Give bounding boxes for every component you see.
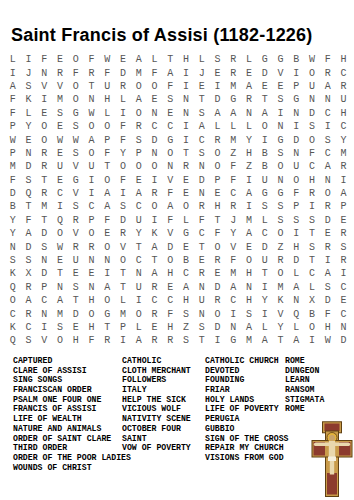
grid-cell: F xyxy=(289,187,305,200)
grid-cell: P xyxy=(131,147,147,160)
grid-cell: R xyxy=(226,66,242,79)
grid-cell: M xyxy=(52,93,68,106)
grid-cell: C xyxy=(336,120,352,133)
grid-cell: Y xyxy=(226,227,242,240)
grid-cell: T xyxy=(131,240,147,253)
grid-cell: P xyxy=(289,200,305,213)
word-item: RANSOM xyxy=(285,385,324,395)
grid-cell: O xyxy=(273,267,289,280)
grid-cell: F xyxy=(320,307,336,320)
grid-cell: C xyxy=(336,307,352,320)
grid-cell: T xyxy=(194,334,210,347)
word-item: THIRD ORDER xyxy=(13,443,131,453)
grid-cell: S xyxy=(115,200,131,213)
grid-cell: N xyxy=(320,93,336,106)
grid-cell: A xyxy=(289,281,305,294)
grid-cell: G xyxy=(273,53,289,66)
grid-cell: A xyxy=(210,107,226,120)
grid-cell: G xyxy=(226,93,242,106)
grid-cell: W xyxy=(5,133,21,146)
grid-cell: L xyxy=(5,53,21,66)
grid-cell: O xyxy=(100,120,116,133)
grid-cell: R xyxy=(131,120,147,133)
grid-cell: C xyxy=(52,187,68,200)
grid-cell: R xyxy=(210,254,226,267)
grid-cell: M xyxy=(5,160,21,173)
grid-cell: O xyxy=(100,174,116,187)
grid-cell: N xyxy=(21,147,37,160)
grid-cell: D xyxy=(37,227,53,240)
grid-cell: N xyxy=(37,254,53,267)
grid-cell: L xyxy=(241,53,257,66)
grid-cell: B xyxy=(5,200,21,213)
grid-cell: I xyxy=(289,66,305,79)
grid-cell: R xyxy=(336,160,352,173)
grid-cell: N xyxy=(289,294,305,307)
grid-cell: I xyxy=(131,294,147,307)
grid-cell: C xyxy=(5,307,21,320)
grid-cell: G xyxy=(68,174,84,187)
word-item: REPAIR MY CHURCH xyxy=(205,443,289,453)
grid-cell: L xyxy=(147,53,163,66)
grid-cell: O xyxy=(273,227,289,240)
grid-cell: A xyxy=(241,80,257,93)
grid-cell: A xyxy=(257,334,273,347)
grid-cell: D xyxy=(68,307,84,320)
grid-cell: R xyxy=(320,200,336,213)
grid-cell: T xyxy=(210,214,226,227)
grid-cell: E xyxy=(336,294,352,307)
grid-cell: G xyxy=(68,107,84,120)
grid-cell: H xyxy=(178,294,194,307)
grid-cell: N xyxy=(194,160,210,173)
grid-cell: N xyxy=(147,107,163,120)
grid-cell: C xyxy=(226,187,242,200)
grid-cell: O xyxy=(304,321,320,334)
grid-cell: R xyxy=(336,80,352,93)
grid-cell: O xyxy=(241,254,257,267)
grid-cell: C xyxy=(336,66,352,79)
grid-cell: P xyxy=(84,214,100,227)
grid-cell: I xyxy=(84,187,100,200)
grid-cell: K xyxy=(5,267,21,280)
grid-cell: F xyxy=(5,174,21,187)
grid-cell: D xyxy=(210,321,226,334)
grid-cell: T xyxy=(21,200,37,213)
grid-cell: E xyxy=(84,267,100,280)
grid-cell: E xyxy=(241,66,257,79)
grid-cell: T xyxy=(194,240,210,253)
grid-cell: L xyxy=(115,93,131,106)
grid-cell: G xyxy=(273,187,289,200)
grid-cell: R xyxy=(147,334,163,347)
grid-cell: R xyxy=(273,254,289,267)
grid-cell: L xyxy=(226,120,242,133)
grid-cell: I xyxy=(304,334,320,347)
grid-cell: F xyxy=(84,53,100,66)
grid-cell: A xyxy=(147,267,163,280)
grid-cell: M xyxy=(241,214,257,227)
grid-cell: S xyxy=(68,200,84,213)
grid-cell: T xyxy=(304,227,320,240)
grid-cell: N xyxy=(100,254,116,267)
grid-cell: A xyxy=(5,80,21,93)
grid-cell: C xyxy=(178,267,194,280)
grid-cell: T xyxy=(37,174,53,187)
grid-cell: P xyxy=(100,133,116,146)
word-item: ORDER OF SAINT CLARE xyxy=(13,434,131,444)
grid-cell: U xyxy=(68,254,84,267)
grid-cell: I xyxy=(147,174,163,187)
grid-cell: E xyxy=(68,321,84,334)
grid-cell: R xyxy=(52,66,68,79)
grid-cell: S xyxy=(131,133,147,146)
grid-cell: Y xyxy=(5,227,21,240)
grid-cell: C xyxy=(304,267,320,280)
grid-cell: A xyxy=(84,133,100,146)
grid-cell: H xyxy=(100,93,116,106)
grid-cell: A xyxy=(100,187,116,200)
grid-cell: T xyxy=(52,267,68,280)
grid-cell: S xyxy=(336,240,352,253)
grid-cell: V xyxy=(273,307,289,320)
grid-cell: O xyxy=(163,254,179,267)
grid-cell: U xyxy=(194,294,210,307)
grid-cell: S xyxy=(37,240,53,253)
grid-cell: R xyxy=(68,240,84,253)
grid-cell: S xyxy=(273,147,289,160)
grid-cell: S xyxy=(178,307,194,320)
word-item: FOLLOWERS xyxy=(122,375,191,385)
grid-cell: C xyxy=(163,120,179,133)
grid-cell: O xyxy=(131,107,147,120)
grid-cell: M xyxy=(37,200,53,213)
grid-cell: D xyxy=(304,107,320,120)
grid-cell: Q xyxy=(52,214,68,227)
grid-cell: B xyxy=(178,254,194,267)
grid-cell: R xyxy=(147,307,163,320)
grid-cell: S xyxy=(163,93,179,106)
grid-cell: F xyxy=(163,214,179,227)
grid-cell: R xyxy=(210,133,226,146)
grid-cell: B xyxy=(257,147,273,160)
grid-cell: W xyxy=(52,133,68,146)
word-item: VICIOUS WOLF xyxy=(122,404,191,414)
grid-cell: T xyxy=(178,147,194,160)
word-item: CATHOLIC CHURCH xyxy=(205,356,289,366)
grid-cell: L xyxy=(21,107,37,120)
grid-cell: O xyxy=(257,120,273,133)
word-item: FRANCISCAN ORDER xyxy=(13,385,131,395)
grid-cell: S xyxy=(273,214,289,227)
grid-cell: I xyxy=(37,321,53,334)
grid-cell: O xyxy=(68,80,84,93)
grid-cell: R xyxy=(194,200,210,213)
grid-cell: I xyxy=(115,107,131,120)
grid-cell: N xyxy=(273,174,289,187)
grid-cell: U xyxy=(131,281,147,294)
grid-cell: I xyxy=(115,187,131,200)
grid-cell: C xyxy=(84,200,100,213)
grid-cell: F xyxy=(304,147,320,160)
grid-cell: H xyxy=(163,267,179,280)
grid-cell: V xyxy=(163,227,179,240)
grid-cell: S xyxy=(68,120,84,133)
grid-cell: U xyxy=(257,254,273,267)
grid-cell: S xyxy=(304,214,320,227)
grid-cell: E xyxy=(273,80,289,93)
word-item xyxy=(122,463,191,473)
grid-cell: R xyxy=(304,187,320,200)
grid-cell: L xyxy=(194,53,210,66)
grid-cell: L xyxy=(257,321,273,334)
grid-cell: L xyxy=(210,120,226,133)
grid-cell: I xyxy=(178,66,194,79)
grid-cell: E xyxy=(21,133,37,146)
grid-cell: R xyxy=(226,53,242,66)
grid-cell: M xyxy=(226,80,242,93)
grid-cell: N xyxy=(289,107,305,120)
grid-cell: L xyxy=(241,120,257,133)
grid-cell: Q xyxy=(21,187,37,200)
grid-cell: M xyxy=(52,307,68,320)
grid-cell: E xyxy=(257,80,273,93)
grid-cell: H xyxy=(289,240,305,253)
grid-cell: V xyxy=(52,80,68,93)
word-item: VISIONS FROM GOD xyxy=(205,453,289,463)
grid-cell: C xyxy=(304,160,320,173)
grid-cell: Z xyxy=(273,240,289,253)
grid-cell: K xyxy=(5,321,21,334)
grid-cell: I xyxy=(5,66,21,79)
grid-cell: I xyxy=(273,107,289,120)
grid-cell: T xyxy=(147,254,163,267)
grid-cell: L xyxy=(289,321,305,334)
grid-cell: E xyxy=(178,187,194,200)
grid-cell: A xyxy=(100,200,116,213)
grid-cell: V xyxy=(37,80,53,93)
grid-cell: N xyxy=(194,307,210,320)
grid-cell: I xyxy=(226,307,242,320)
grid-cell: I xyxy=(304,200,320,213)
grid-cell: S xyxy=(320,281,336,294)
grid-cell: O xyxy=(178,200,194,213)
grid-cell: A xyxy=(336,187,352,200)
grid-cell: D xyxy=(194,174,210,187)
grid-cell: R xyxy=(68,214,84,227)
grid-cell: A xyxy=(178,281,194,294)
grid-cell: R xyxy=(115,227,131,240)
word-item: OCTOBER FOUR xyxy=(122,424,191,434)
grid-cell: Y xyxy=(241,133,257,146)
grid-cell: B xyxy=(257,160,273,173)
grid-cell: D xyxy=(115,66,131,79)
grid-cell: I xyxy=(210,80,226,93)
grid-cell: C xyxy=(257,227,273,240)
grid-cell: W xyxy=(52,240,68,253)
grid-cell: C xyxy=(163,294,179,307)
grid-cell: Y xyxy=(336,133,352,146)
grid-cell: Q xyxy=(5,281,21,294)
grid-cell: N xyxy=(84,93,100,106)
grid-cell: F xyxy=(320,53,336,66)
grid-cell: A xyxy=(241,227,257,240)
grid-cell: A xyxy=(163,66,179,79)
grid-cell: F xyxy=(147,66,163,79)
grid-cell: U xyxy=(304,80,320,93)
grid-cell: R xyxy=(100,334,116,347)
grid-cell: V xyxy=(68,160,84,173)
grid-cell: I xyxy=(21,53,37,66)
grid-cell: T xyxy=(257,93,273,106)
word-item: LIFE OF WEALTH xyxy=(13,414,131,424)
grid-cell: T xyxy=(84,80,100,93)
grid-cell: U xyxy=(52,160,68,173)
grid-cell: W xyxy=(68,133,84,146)
grid-cell: O xyxy=(115,254,131,267)
grid-cell: R xyxy=(178,160,194,173)
grid-cell: R xyxy=(210,294,226,307)
grid-cell: O xyxy=(273,160,289,173)
grid-cell: O xyxy=(304,133,320,146)
grid-cell: E xyxy=(163,107,179,120)
grid-cell: C xyxy=(336,281,352,294)
grid-cell: S xyxy=(21,80,37,93)
grid-cell: A xyxy=(320,160,336,173)
grid-cell: S xyxy=(273,93,289,106)
grid-cell: O xyxy=(131,160,147,173)
grid-cell: O xyxy=(100,240,116,253)
grid-cell: E xyxy=(147,93,163,106)
grid-cell: N xyxy=(241,281,257,294)
grid-cell: F xyxy=(115,120,131,133)
grid-cell: N xyxy=(289,147,305,160)
grid-cell: F xyxy=(100,147,116,160)
grid-cell: E xyxy=(37,107,53,120)
grid-cell: S xyxy=(210,53,226,66)
grid-cell: U xyxy=(100,80,116,93)
grid-cell: V xyxy=(163,174,179,187)
grid-cell: W xyxy=(320,334,336,347)
grid-cell: S xyxy=(178,334,194,347)
grid-cell: F xyxy=(5,93,21,106)
grid-cell: M xyxy=(226,267,242,280)
grid-cell: N xyxy=(194,281,210,294)
grid-cell: D xyxy=(257,240,273,253)
grid-cell: I xyxy=(84,174,100,187)
grid-cell: L xyxy=(100,107,116,120)
grid-cell: A xyxy=(21,294,37,307)
grid-cell: A xyxy=(131,187,147,200)
grid-cell: R xyxy=(115,80,131,93)
grid-cell: L xyxy=(289,267,305,280)
word-item: LEARN xyxy=(285,375,324,385)
grid-cell: E xyxy=(147,321,163,334)
grid-cell: U xyxy=(84,160,100,173)
grid-cell: M xyxy=(336,147,352,160)
grid-cell: M xyxy=(241,334,257,347)
word-item: DEVOTED xyxy=(205,366,289,376)
grid-cell: D xyxy=(320,294,336,307)
word-item: HELP THE SICK xyxy=(122,395,191,405)
grid-cell: S xyxy=(320,133,336,146)
grid-cell: F xyxy=(210,227,226,240)
grid-cell: O xyxy=(84,307,100,320)
grid-cell: A xyxy=(131,53,147,66)
grid-cell: C xyxy=(147,120,163,133)
grid-cell: W xyxy=(304,53,320,66)
grid-cell: L xyxy=(178,214,194,227)
grid-cell: C xyxy=(226,294,242,307)
grid-cell: N xyxy=(5,240,21,253)
grid-cell: K xyxy=(147,227,163,240)
grid-cell: E xyxy=(178,174,194,187)
word-search-grid: LIFEOFWEALTHLSRLGGBWFHIJNRFRFDMFAIJEREDV… xyxy=(5,53,352,348)
grid-cell: R xyxy=(320,66,336,79)
grid-cell: O xyxy=(210,147,226,160)
grid-cell: H xyxy=(84,294,100,307)
grid-cell: R xyxy=(21,307,37,320)
grid-cell: K xyxy=(273,294,289,307)
grid-cell: S xyxy=(52,107,68,120)
grid-cell: F xyxy=(226,254,242,267)
grid-cell: O xyxy=(320,187,336,200)
grid-cell: O xyxy=(52,334,68,347)
grid-cell: A xyxy=(100,281,116,294)
grid-cell: S xyxy=(21,254,37,267)
grid-cell: Q xyxy=(289,307,305,320)
grid-cell: R xyxy=(163,334,179,347)
grid-cell: D xyxy=(210,281,226,294)
grid-cell: F xyxy=(21,214,37,227)
word-item: FRIAR xyxy=(205,385,289,395)
grid-cell: Z xyxy=(226,147,242,160)
grid-cell: D xyxy=(147,133,163,146)
word-list-column: CATHOLICCLOTH MERCHANTFOLLOWERSITALYHELP… xyxy=(122,356,191,472)
grid-cell: I xyxy=(320,254,336,267)
grid-cell: D xyxy=(21,240,37,253)
grid-cell: R xyxy=(37,187,53,200)
grid-cell: I xyxy=(336,174,352,187)
grid-cell: P xyxy=(37,281,53,294)
grid-cell: L xyxy=(115,294,131,307)
grid-cell: T xyxy=(115,267,131,280)
word-item: SING SONGS xyxy=(13,375,131,385)
grid-cell: O xyxy=(100,294,116,307)
grid-cell: N xyxy=(147,147,163,160)
grid-cell: V xyxy=(226,240,242,253)
grid-cell: P xyxy=(336,200,352,213)
grid-cell: A xyxy=(147,240,163,253)
grid-cell: V xyxy=(115,240,131,253)
grid-cell: F xyxy=(100,214,116,227)
san-damiano-crucifix-image xyxy=(311,421,353,498)
grid-cell: A xyxy=(52,294,68,307)
grid-cell: C xyxy=(320,107,336,120)
grid-cell: N xyxy=(336,321,352,334)
grid-cell: G xyxy=(257,187,273,200)
grid-cell: D xyxy=(5,187,21,200)
grid-cell: O xyxy=(131,80,147,93)
grid-cell: I xyxy=(178,80,194,93)
grid-cell: E xyxy=(131,174,147,187)
grid-cell: N xyxy=(273,120,289,133)
grid-cell: O xyxy=(147,160,163,173)
grid-cell: A xyxy=(131,93,147,106)
grid-cell: R xyxy=(336,227,352,240)
grid-cell: U xyxy=(257,174,273,187)
grid-cell: H xyxy=(241,294,257,307)
